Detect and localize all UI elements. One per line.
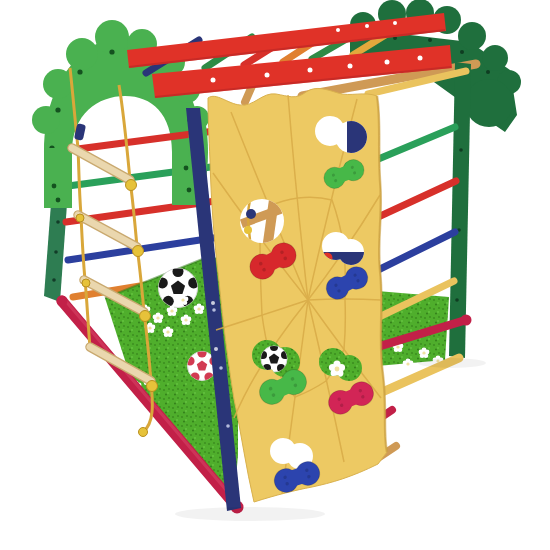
ground-shadow xyxy=(175,507,325,521)
right-rung xyxy=(376,127,455,160)
cloud-bump xyxy=(458,22,486,50)
right-rung xyxy=(376,232,455,271)
cloud-bump xyxy=(95,20,129,54)
cloud-bump xyxy=(482,45,508,71)
beam-cap xyxy=(461,315,472,326)
right-rung xyxy=(376,181,456,218)
product-photo: Product photo of a colorful children's w… xyxy=(0,0,550,550)
climbing-cube-illustration xyxy=(0,0,550,550)
right-corner-post xyxy=(449,62,471,358)
cloud-bump xyxy=(43,69,73,99)
ground-shadow xyxy=(418,358,486,368)
beam-end-cap xyxy=(57,296,68,307)
cloud-bump xyxy=(66,38,98,70)
cloud-bump xyxy=(465,79,513,127)
